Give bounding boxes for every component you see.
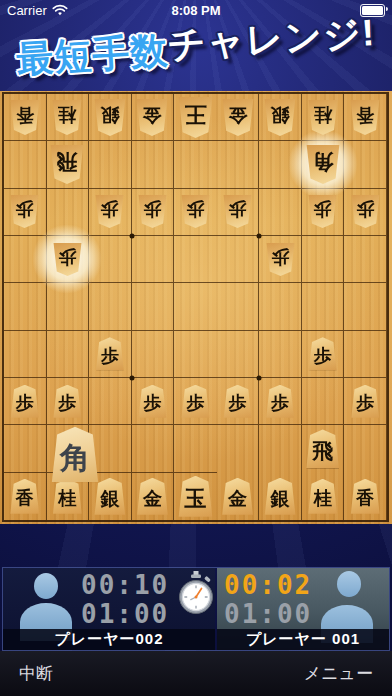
board-cell[interactable] <box>4 331 47 378</box>
piece-sente-玉[interactable]: 玉 <box>178 476 213 517</box>
status-bar: Carrier 8:08 PM <box>0 0 392 20</box>
board-cell[interactable] <box>4 141 47 188</box>
board-cell[interactable] <box>259 331 302 378</box>
piece-sente-香[interactable]: 香 <box>10 479 40 514</box>
piece-gote-歩[interactable]: 歩 <box>223 195 252 228</box>
board-cell[interactable] <box>344 283 387 330</box>
board-cell[interactable] <box>259 141 302 188</box>
board-cell[interactable]: 歩 <box>89 189 132 236</box>
piece-gote-歩[interactable]: 歩 <box>351 195 380 228</box>
piece-sente-金[interactable]: 金 <box>136 478 168 515</box>
player1-time-remaining: 00:02 <box>224 571 312 600</box>
piece-sente-銀[interactable]: 銀 <box>94 478 126 515</box>
piece-sente-歩[interactable]: 歩 <box>266 385 295 418</box>
board-cell[interactable] <box>132 141 175 188</box>
board-cell[interactable]: 銀 <box>259 94 302 141</box>
page-title: 最短手数チャレンジ! <box>0 12 392 86</box>
piece-gote-銀[interactable]: 銀 <box>94 99 126 136</box>
piece-gote-金[interactable]: 金 <box>222 99 254 136</box>
bottom-toolbar: 中断 メニュー <box>0 651 392 696</box>
board-cell[interactable]: 金 <box>217 473 260 520</box>
piece-gote-金[interactable]: 金 <box>136 99 168 136</box>
board-cell[interactable]: 角 <box>302 141 345 188</box>
shogi-board: 香桂銀金王金銀桂香飛角歩歩歩歩歩歩歩歩歩歩歩歩歩歩歩歩歩歩角飛香桂銀金玉金銀桂香 <box>0 91 392 524</box>
board-cell[interactable]: 歩 <box>344 189 387 236</box>
board-cell[interactable] <box>174 425 217 472</box>
player2-time-remaining: 00:10 <box>81 571 169 600</box>
board-cell[interactable] <box>4 283 47 330</box>
board-cell[interactable] <box>132 331 175 378</box>
piece-sente-歩[interactable]: 歩 <box>138 385 167 418</box>
board-cell[interactable]: 玉 <box>174 473 217 520</box>
player1-clock-area: 00:02 01:00 プレーヤー 001 <box>217 568 389 650</box>
board-cell[interactable]: 歩 <box>174 189 217 236</box>
piece-gote-飛[interactable]: 飛 <box>50 145 84 184</box>
board-cell[interactable]: 歩 <box>47 378 90 425</box>
board-cell[interactable] <box>302 236 345 283</box>
piece-gote-桂[interactable]: 桂 <box>308 100 338 135</box>
board-cell[interactable] <box>344 236 387 283</box>
player1-name: プレーヤー 001 <box>217 629 389 650</box>
board-cell[interactable]: 飛 <box>47 141 90 188</box>
player2-time-total: 01:00 <box>81 600 169 629</box>
board-cell[interactable]: 飛 <box>302 425 345 472</box>
board-cell[interactable]: 王 <box>174 94 217 141</box>
piece-gote-銀[interactable]: 銀 <box>264 99 296 136</box>
piece-gote-歩[interactable]: 歩 <box>308 195 337 228</box>
board-cell[interactable] <box>217 425 260 472</box>
board-cell[interactable]: 歩 <box>47 236 90 283</box>
title-part-blue: 最短手数 <box>15 30 169 80</box>
board-cell[interactable] <box>217 141 260 188</box>
board-cell[interactable]: 香 <box>4 94 47 141</box>
board-cell[interactable]: 香 <box>344 473 387 520</box>
board-cell[interactable]: 歩 <box>4 378 47 425</box>
piece-sente-歩[interactable]: 歩 <box>53 385 82 418</box>
piece-sente-香[interactable]: 香 <box>350 479 380 514</box>
board-cell[interactable]: 歩 <box>174 378 217 425</box>
piece-gote-歩[interactable]: 歩 <box>181 195 210 228</box>
board-cell[interactable]: 歩 <box>132 189 175 236</box>
board-cell[interactable]: 香 <box>344 94 387 141</box>
board-cell[interactable] <box>132 236 175 283</box>
piece-sente-金[interactable]: 金 <box>222 478 254 515</box>
board-cell[interactable]: 桂 <box>302 94 345 141</box>
piece-sente-歩[interactable]: 歩 <box>308 337 337 370</box>
piece-sente-飛[interactable]: 飛 <box>306 429 340 468</box>
board-cell[interactable] <box>47 189 90 236</box>
board-cell[interactable] <box>47 283 90 330</box>
board-cell[interactable] <box>344 141 387 188</box>
board-cell[interactable]: 桂 <box>47 94 90 141</box>
board-cell[interactable] <box>217 331 260 378</box>
piece-gote-歩[interactable]: 歩 <box>266 243 295 276</box>
star-point <box>257 376 262 381</box>
star-point <box>129 376 134 381</box>
board-cell[interactable] <box>344 425 387 472</box>
board-cell[interactable]: 歩 <box>302 189 345 236</box>
board-cell[interactable]: 桂 <box>302 473 345 520</box>
piece-sente-歩[interactable]: 歩 <box>351 385 380 418</box>
board-cell[interactable] <box>132 283 175 330</box>
suspend-button[interactable]: 中断 <box>19 662 53 685</box>
board-cell[interactable] <box>4 236 47 283</box>
board-cell[interactable]: 金 <box>132 94 175 141</box>
board-cell[interactable] <box>89 283 132 330</box>
piece-sente-銀[interactable]: 銀 <box>264 478 296 515</box>
board-cell[interactable]: 金 <box>132 473 175 520</box>
board-cell[interactable]: 歩 <box>302 331 345 378</box>
piece-sente-歩[interactable]: 歩 <box>181 385 210 418</box>
board-cell[interactable]: 銀 <box>259 473 302 520</box>
piece-gote-歩[interactable]: 歩 <box>10 195 39 228</box>
piece-sente-歩[interactable]: 歩 <box>10 385 39 418</box>
piece-gote-香[interactable]: 香 <box>350 100 380 135</box>
star-point <box>129 233 134 238</box>
board-cell[interactable]: 角 <box>47 425 90 472</box>
piece-gote-歩[interactable]: 歩 <box>53 243 82 276</box>
board-cell[interactable] <box>302 283 345 330</box>
board-cell[interactable] <box>4 425 47 472</box>
board-cell[interactable]: 歩 <box>217 378 260 425</box>
piece-sente-桂[interactable]: 桂 <box>52 479 82 514</box>
board-cell[interactable] <box>89 141 132 188</box>
board-grid[interactable]: 香桂銀金王金銀桂香飛角歩歩歩歩歩歩歩歩歩歩歩歩歩歩歩歩歩歩角飛香桂銀金玉金銀桂香 <box>2 92 389 522</box>
stopwatch-icon <box>177 570 215 618</box>
star-point <box>257 233 262 238</box>
battery-icon <box>360 4 385 17</box>
piece-sente-歩[interactable]: 歩 <box>223 385 252 418</box>
player1-time-total: 01:00 <box>224 600 312 629</box>
board-cell[interactable] <box>174 236 217 283</box>
board-cell[interactable] <box>344 331 387 378</box>
menu-button[interactable]: メニュー <box>304 662 373 685</box>
board-cell[interactable] <box>217 283 260 330</box>
board-cell[interactable]: 香 <box>4 473 47 520</box>
board-cell[interactable] <box>302 378 345 425</box>
board-cell[interactable]: 歩 <box>344 378 387 425</box>
piece-sente-角[interactable]: 角 <box>51 427 99 482</box>
board-cell[interactable] <box>259 189 302 236</box>
board-cell[interactable] <box>174 283 217 330</box>
board-cell[interactable]: 歩 <box>259 378 302 425</box>
board-cell[interactable] <box>259 425 302 472</box>
board-cell[interactable]: 銀 <box>89 94 132 141</box>
piece-gote-香[interactable]: 香 <box>10 100 40 135</box>
person-icon <box>20 573 72 629</box>
piece-sente-桂[interactable]: 桂 <box>308 479 338 514</box>
player2-name: プレーヤー002 <box>3 629 215 650</box>
clock-panel: 00:10 01:00 プレーヤー002 00:02 01:00 プレーヤー 0… <box>2 567 390 651</box>
board-cell[interactable] <box>259 283 302 330</box>
board-cell[interactable] <box>217 236 260 283</box>
board-cell[interactable]: 歩 <box>132 378 175 425</box>
board-cell[interactable] <box>47 331 90 378</box>
piece-gote-桂[interactable]: 桂 <box>52 100 82 135</box>
piece-sente-歩[interactable]: 歩 <box>95 337 124 370</box>
board-cell[interactable]: 歩 <box>259 236 302 283</box>
piece-gote-角[interactable]: 角 <box>306 145 340 184</box>
board-cell[interactable] <box>174 331 217 378</box>
board-cell[interactable]: 金 <box>217 94 260 141</box>
board-cell[interactable]: 歩 <box>4 189 47 236</box>
app-screen: Carrier 8:08 PM 最短手数チャレンジ! 香桂銀金王金銀桂香飛角歩歩… <box>0 0 392 696</box>
board-cell[interactable] <box>174 141 217 188</box>
piece-gote-歩[interactable]: 歩 <box>95 195 124 228</box>
board-cell[interactable]: 歩 <box>89 331 132 378</box>
board-cell[interactable] <box>89 236 132 283</box>
board-cell[interactable]: 歩 <box>217 189 260 236</box>
clock-time: 8:08 PM <box>0 3 392 18</box>
board-cell[interactable] <box>89 378 132 425</box>
board-cell[interactable] <box>132 425 175 472</box>
person-icon <box>321 571 377 631</box>
piece-gote-歩[interactable]: 歩 <box>138 195 167 228</box>
piece-gote-王[interactable]: 王 <box>178 97 213 138</box>
